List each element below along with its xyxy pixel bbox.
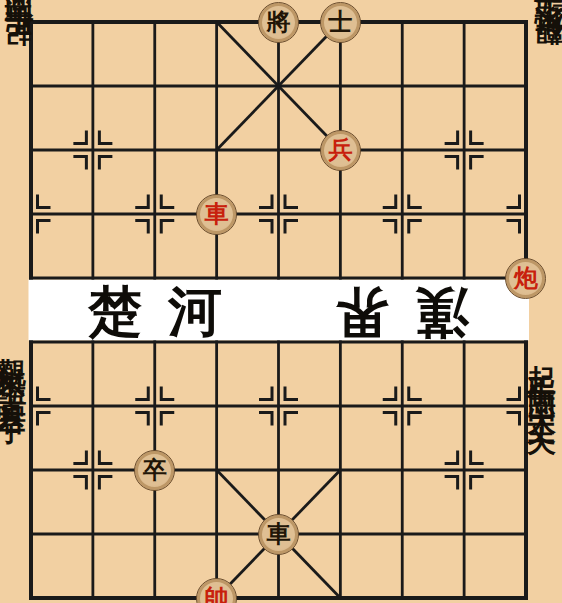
pieces-layer: 將士兵車炮卒車帥 (0, 0, 557, 603)
piece-black-soldier[interactable]: 卒 (134, 450, 175, 491)
piece-red-soldier[interactable]: 兵 (320, 130, 361, 171)
piece-black-chariot[interactable]: 車 (258, 514, 299, 555)
xiangqi-board: 起手無回大丈夫 觀棋不語真君子 觀棋不語真君子 起手無回大丈夫 楚河 漢界 將士… (0, 0, 562, 603)
piece-red-general[interactable]: 帥 (196, 578, 237, 603)
piece-red-cannon[interactable]: 炮 (505, 258, 546, 299)
piece-black-general[interactable]: 將 (258, 2, 299, 43)
piece-black-advisor[interactable]: 士 (320, 2, 361, 43)
piece-red-chariot[interactable]: 車 (196, 194, 237, 235)
